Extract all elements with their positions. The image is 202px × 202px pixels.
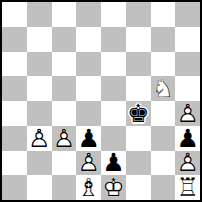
chess-board: ♞♘♚♟♙♟♙♟♙♟♟♟♙♟♟♙♝♗♚♔♜♖: [2, 2, 200, 200]
square-f6[interactable]: [126, 52, 151, 77]
white-knight-glyph: ♘: [151, 76, 176, 101]
black-pawn-glyph: ♟: [175, 126, 200, 151]
square-d4[interactable]: [76, 101, 101, 126]
square-e6[interactable]: [101, 52, 126, 77]
white-pawn-glyph-fill: ♟: [52, 126, 77, 151]
square-d8[interactable]: [76, 2, 101, 27]
black-king-piece: ♚: [126, 101, 151, 126]
black-pawn-glyph: ♟: [76, 126, 101, 151]
board-frame: ♞♘♚♟♙♟♙♟♙♟♟♟♙♟♟♙♝♗♚♔♜♖: [0, 0, 202, 202]
white-pawn-glyph-fill: ♟: [27, 126, 52, 151]
square-b1[interactable]: [27, 175, 52, 200]
square-c7[interactable]: [52, 27, 77, 52]
square-h4[interactable]: ♟♙: [175, 101, 200, 126]
square-c1[interactable]: [52, 175, 77, 200]
white-rook-glyph-fill: ♜: [175, 175, 200, 200]
white-rook-piece: ♜♖: [175, 175, 200, 200]
square-g2[interactable]: [151, 151, 176, 176]
square-h1[interactable]: ♜♖: [175, 175, 200, 200]
white-knight-piece: ♞♘: [151, 76, 176, 101]
white-king-glyph: ♔: [101, 175, 126, 200]
square-e1[interactable]: ♚♔: [101, 175, 126, 200]
square-g5[interactable]: ♞♘: [151, 76, 176, 101]
white-pawn-piece: ♟♙: [175, 101, 200, 126]
square-f8[interactable]: [126, 2, 151, 27]
white-king-glyph-fill: ♚: [101, 175, 126, 200]
square-e3[interactable]: [101, 126, 126, 151]
square-h8[interactable]: [175, 2, 200, 27]
square-f1[interactable]: [126, 175, 151, 200]
square-d1[interactable]: ♝♗: [76, 175, 101, 200]
white-bishop-glyph: ♗: [76, 175, 101, 200]
square-c5[interactable]: [52, 76, 77, 101]
white-pawn-piece: ♟♙: [175, 151, 200, 176]
square-d2[interactable]: ♟♙: [76, 151, 101, 176]
white-pawn-piece: ♟♙: [52, 126, 77, 151]
white-king-piece: ♚♔: [101, 175, 126, 200]
square-g8[interactable]: [151, 2, 176, 27]
black-pawn-glyph: ♟: [101, 151, 126, 176]
white-pawn-piece: ♟♙: [76, 151, 101, 176]
square-c3[interactable]: ♟♙: [52, 126, 77, 151]
square-h3[interactable]: ♟: [175, 126, 200, 151]
white-pawn-glyph-fill: ♟: [76, 151, 101, 176]
square-h5[interactable]: [175, 76, 200, 101]
square-b4[interactable]: [27, 101, 52, 126]
square-b3[interactable]: ♟♙: [27, 126, 52, 151]
square-a2[interactable]: [2, 151, 27, 176]
square-g4[interactable]: [151, 101, 176, 126]
square-g7[interactable]: [151, 27, 176, 52]
square-e8[interactable]: [101, 2, 126, 27]
black-king-glyph: ♚: [126, 101, 151, 126]
square-a4[interactable]: [2, 101, 27, 126]
square-b7[interactable]: [27, 27, 52, 52]
white-pawn-glyph: ♙: [175, 101, 200, 126]
square-c4[interactable]: [52, 101, 77, 126]
square-e2[interactable]: ♟: [101, 151, 126, 176]
square-e5[interactable]: [101, 76, 126, 101]
square-c8[interactable]: [52, 2, 77, 27]
white-knight-glyph-fill: ♞: [151, 76, 176, 101]
black-pawn-piece: ♟: [175, 126, 200, 151]
square-d5[interactable]: [76, 76, 101, 101]
square-d7[interactable]: [76, 27, 101, 52]
white-pawn-glyph-fill: ♟: [175, 101, 200, 126]
square-c2[interactable]: [52, 151, 77, 176]
square-f4[interactable]: ♚: [126, 101, 151, 126]
white-rook-glyph: ♖: [175, 175, 200, 200]
square-g1[interactable]: [151, 175, 176, 200]
white-pawn-glyph-fill: ♟: [175, 151, 200, 176]
white-pawn-piece: ♟♙: [27, 126, 52, 151]
square-d3[interactable]: ♟: [76, 126, 101, 151]
square-g6[interactable]: [151, 52, 176, 77]
white-bishop-glyph-fill: ♝: [76, 175, 101, 200]
square-b6[interactable]: [27, 52, 52, 77]
square-a1[interactable]: [2, 175, 27, 200]
square-h7[interactable]: [175, 27, 200, 52]
square-b5[interactable]: [27, 76, 52, 101]
white-bishop-piece: ♝♗: [76, 175, 101, 200]
black-pawn-piece: ♟: [101, 151, 126, 176]
square-f3[interactable]: [126, 126, 151, 151]
white-pawn-glyph: ♙: [52, 126, 77, 151]
square-e4[interactable]: [101, 101, 126, 126]
white-pawn-glyph: ♙: [76, 151, 101, 176]
black-pawn-piece: ♟: [76, 126, 101, 151]
square-a6[interactable]: [2, 52, 27, 77]
square-f5[interactable]: [126, 76, 151, 101]
square-h6[interactable]: [175, 52, 200, 77]
square-a7[interactable]: [2, 27, 27, 52]
square-b8[interactable]: [27, 2, 52, 27]
square-a5[interactable]: [2, 76, 27, 101]
square-e7[interactable]: [101, 27, 126, 52]
square-h2[interactable]: ♟♙: [175, 151, 200, 176]
square-a3[interactable]: [2, 126, 27, 151]
white-pawn-glyph: ♙: [175, 151, 200, 176]
square-a8[interactable]: [2, 2, 27, 27]
square-f7[interactable]: [126, 27, 151, 52]
square-b2[interactable]: [27, 151, 52, 176]
white-pawn-glyph: ♙: [27, 126, 52, 151]
square-d6[interactable]: [76, 52, 101, 77]
square-c6[interactable]: [52, 52, 77, 77]
square-g3[interactable]: [151, 126, 176, 151]
square-f2[interactable]: [126, 151, 151, 176]
